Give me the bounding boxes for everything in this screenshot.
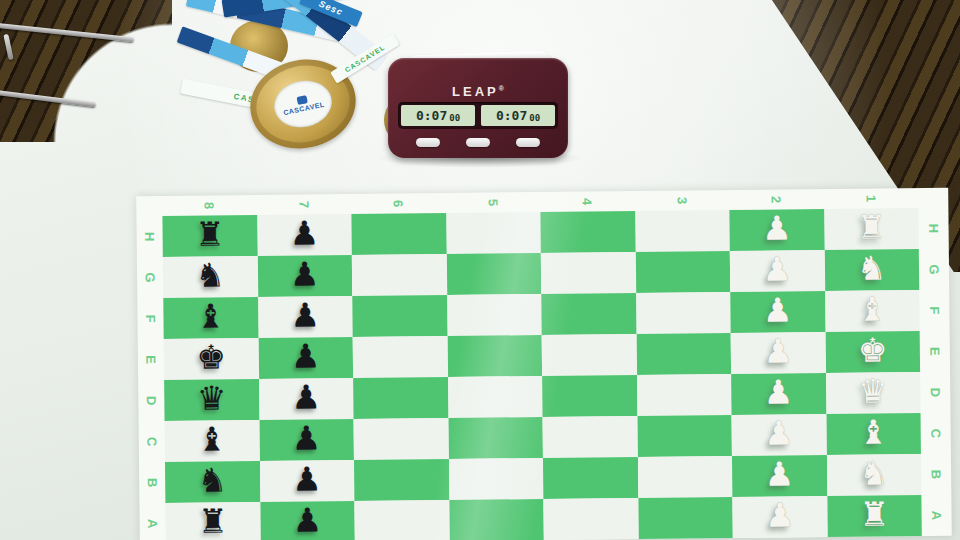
black-pawn-g7[interactable]: ♟ xyxy=(290,257,320,290)
white-pawn-e2[interactable]: ♟ xyxy=(763,334,793,367)
black-king-e8[interactable]: ♚ xyxy=(196,340,226,373)
black-rook-h8[interactable]: ♜ xyxy=(195,217,225,250)
file-label-h-left: H xyxy=(129,223,170,249)
square-h1[interactable]: ♜ xyxy=(824,208,919,250)
square-h2[interactable]: ♟ xyxy=(729,209,824,251)
square-b5[interactable] xyxy=(448,458,543,500)
square-a2[interactable]: ♟ xyxy=(732,496,827,538)
clock-button-right[interactable] xyxy=(516,138,540,147)
black-pawn-f7[interactable]: ♟ xyxy=(290,298,320,331)
right-time-seconds: 00 xyxy=(529,113,540,126)
square-d2[interactable]: ♟ xyxy=(731,373,826,415)
white-pawn-a2[interactable]: ♟ xyxy=(765,498,795,531)
white-pawn-d2[interactable]: ♟ xyxy=(764,375,794,408)
file-labels-right: HGFEDCBA xyxy=(918,208,951,536)
square-b8[interactable]: ♞ xyxy=(165,461,260,503)
square-g5[interactable] xyxy=(446,253,541,295)
white-queen-d1[interactable]: ♛ xyxy=(858,374,888,407)
square-g8[interactable]: ♞ xyxy=(163,256,258,298)
square-e1[interactable]: ♚ xyxy=(825,331,920,373)
chess-board: 87654321 HGFEDCBA HGFEDCBA ♜♟♟♜♞♟♟♞♝♟♟♝♚… xyxy=(136,188,952,540)
file-label-a-right: A xyxy=(916,500,957,530)
clock-display: 0:07 00 0:07 00 xyxy=(398,102,558,129)
white-rook-a1[interactable]: ♜ xyxy=(859,497,889,530)
file-labels-left: HGFEDCBA xyxy=(136,216,165,540)
square-a5[interactable] xyxy=(449,499,544,540)
square-e5[interactable] xyxy=(447,335,542,377)
file-label-c-right: C xyxy=(915,418,956,448)
square-h7[interactable]: ♟ xyxy=(257,214,352,256)
white-pawn-f2[interactable]: ♟ xyxy=(763,293,793,326)
white-pawn-b2[interactable]: ♟ xyxy=(764,457,794,490)
white-pawn-c2[interactable]: ♟ xyxy=(764,416,794,449)
clock-brand-text: LEAP xyxy=(452,84,499,99)
square-c4[interactable] xyxy=(543,416,638,458)
square-e8[interactable]: ♚ xyxy=(164,338,259,380)
white-king-e1[interactable]: ♚ xyxy=(858,333,888,366)
square-h8[interactable]: ♜ xyxy=(162,215,257,257)
square-f6[interactable] xyxy=(352,295,447,337)
white-knight-g1[interactable]: ♞ xyxy=(857,251,887,284)
clock-lcd-right: 0:07 00 xyxy=(481,105,555,126)
square-d3[interactable] xyxy=(637,374,732,416)
white-pawn-g2[interactable]: ♟ xyxy=(762,252,792,285)
square-c2[interactable]: ♟ xyxy=(732,414,827,456)
square-d6[interactable] xyxy=(353,377,448,419)
clock-lcd-left: 0:07 00 xyxy=(401,105,475,126)
chess-clock: LEAP® 0:07 00 0:07 00 xyxy=(388,58,568,158)
medal-center-sticker: CASCAVEL xyxy=(270,75,336,132)
file-label-d-left: D xyxy=(131,387,172,413)
black-pawn-d7[interactable]: ♟ xyxy=(291,380,321,413)
file-label-e-left: E xyxy=(130,346,171,372)
square-e4[interactable] xyxy=(542,334,637,376)
white-rook-h1[interactable]: ♜ xyxy=(856,210,886,243)
board-grid: ♜♟♟♜♞♟♟♞♝♟♟♝♚♟♟♚♛♟♟♛♝♟♟♝♞♟♟♞♜♟♟♜ xyxy=(162,208,921,540)
square-f2[interactable]: ♟ xyxy=(730,291,825,333)
black-rook-a8[interactable]: ♜ xyxy=(198,504,228,537)
square-e6[interactable] xyxy=(353,336,448,378)
square-g2[interactable]: ♟ xyxy=(730,250,825,292)
square-d1[interactable]: ♛ xyxy=(826,372,921,414)
black-queen-d8[interactable]: ♛ xyxy=(197,381,227,414)
tournament-table-scene: Sesc CASCAVEL CASCAVEL CASCAVEL LEAP® 0:… xyxy=(0,0,960,540)
square-g4[interactable] xyxy=(541,252,636,294)
square-f4[interactable] xyxy=(541,293,636,335)
square-g3[interactable] xyxy=(635,251,730,293)
right-time-main: 0:07 xyxy=(496,108,527,123)
clock-button-middle[interactable] xyxy=(466,138,490,147)
file-label-a-left: A xyxy=(132,510,173,536)
left-time-seconds: 00 xyxy=(449,113,460,126)
file-label-c-left: C xyxy=(131,428,172,454)
square-c6[interactable] xyxy=(354,418,449,460)
square-a3[interactable] xyxy=(638,497,733,539)
clock-reg-mark: ® xyxy=(499,85,504,92)
square-g1[interactable]: ♞ xyxy=(824,249,919,291)
file-label-b-left: B xyxy=(132,469,173,495)
square-c3[interactable] xyxy=(637,415,732,457)
square-a6[interactable] xyxy=(354,500,449,540)
square-c1[interactable]: ♝ xyxy=(826,413,921,455)
square-f8[interactable]: ♝ xyxy=(163,297,258,339)
square-c8[interactable]: ♝ xyxy=(165,420,260,462)
square-e7[interactable]: ♟ xyxy=(258,337,353,379)
black-pawn-h7[interactable]: ♟ xyxy=(289,216,319,249)
file-label-h-right: H xyxy=(913,213,954,243)
file-label-e-right: E xyxy=(914,336,955,366)
square-d8[interactable]: ♛ xyxy=(164,379,259,421)
square-b3[interactable] xyxy=(637,456,732,498)
wood-floor-top-left xyxy=(0,0,172,142)
file-label-f-right: F xyxy=(914,295,955,325)
square-d4[interactable] xyxy=(542,375,637,417)
square-d5[interactable] xyxy=(448,376,543,418)
black-pawn-b7[interactable]: ♟ xyxy=(292,462,322,495)
square-c5[interactable] xyxy=(448,417,543,459)
square-g6[interactable] xyxy=(352,254,447,296)
black-bishop-f8[interactable]: ♝ xyxy=(196,299,226,332)
rank-label-6: 6 xyxy=(388,156,409,251)
square-d7[interactable]: ♟ xyxy=(259,378,354,420)
left-time-main: 0:07 xyxy=(416,108,447,123)
black-bishop-c8[interactable]: ♝ xyxy=(197,422,227,455)
black-pawn-c7[interactable]: ♟ xyxy=(292,421,322,454)
square-a7[interactable]: ♟ xyxy=(260,501,355,540)
file-label-b-right: B xyxy=(916,459,957,489)
square-g7[interactable]: ♟ xyxy=(257,255,352,297)
square-a4[interactable] xyxy=(543,498,638,540)
rank-label-5: 5 xyxy=(483,155,504,250)
square-c7[interactable]: ♟ xyxy=(259,419,354,461)
white-bishop-f1[interactable]: ♝ xyxy=(857,292,887,325)
rank-label-4: 4 xyxy=(577,154,598,249)
square-a8[interactable]: ♜ xyxy=(165,502,260,540)
white-knight-b1[interactable]: ♞ xyxy=(859,456,889,489)
square-b2[interactable]: ♟ xyxy=(732,455,827,497)
square-e3[interactable] xyxy=(636,333,731,375)
square-f7[interactable]: ♟ xyxy=(258,296,353,338)
clock-button-left[interactable] xyxy=(416,138,440,147)
file-label-g-right: G xyxy=(913,254,954,284)
white-pawn-h2[interactable]: ♟ xyxy=(762,211,792,244)
square-b6[interactable] xyxy=(354,459,449,501)
square-e2[interactable]: ♟ xyxy=(731,332,826,374)
black-pawn-a7[interactable]: ♟ xyxy=(292,503,322,536)
file-label-g-left: G xyxy=(129,264,170,290)
file-label-f-left: F xyxy=(130,305,171,331)
white-bishop-c1[interactable]: ♝ xyxy=(858,415,888,448)
square-b4[interactable] xyxy=(543,457,638,499)
square-f5[interactable] xyxy=(447,294,542,336)
square-f3[interactable] xyxy=(636,292,731,334)
square-b7[interactable]: ♟ xyxy=(259,460,354,502)
clock-brand: LEAP® xyxy=(388,84,568,99)
square-a1[interactable]: ♜ xyxy=(827,495,922,537)
black-knight-g8[interactable]: ♞ xyxy=(195,258,225,291)
black-pawn-e7[interactable]: ♟ xyxy=(291,339,321,372)
rank-label-3: 3 xyxy=(672,153,693,248)
file-label-d-right: D xyxy=(915,377,956,407)
square-f1[interactable]: ♝ xyxy=(825,290,920,332)
black-knight-b8[interactable]: ♞ xyxy=(197,463,227,496)
square-b1[interactable]: ♞ xyxy=(826,454,921,496)
